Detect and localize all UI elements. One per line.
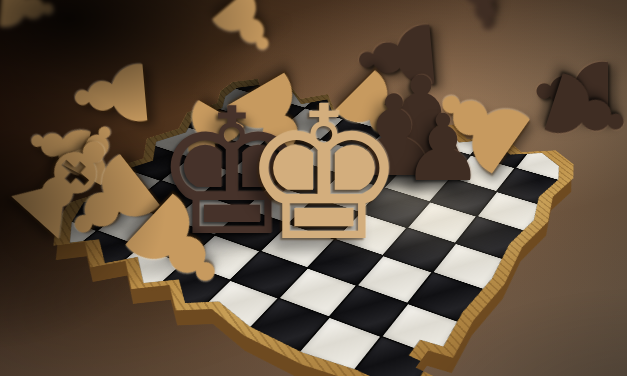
scene: ♚♚♟♟♟♟♟♟♟♟♟♝♟♟♟♟♟♟♟♟♟ [0, 0, 627, 376]
piece-black-pawn-c[interactable]: ♟ [402, 103, 484, 195]
piece-white-pawn-table-corner[interactable]: ♟ [0, 0, 65, 42]
piece-white-king[interactable]: ♚ [241, 82, 407, 267]
piece-black-pawn-table-blur[interactable]: ♟ [449, 0, 519, 42]
